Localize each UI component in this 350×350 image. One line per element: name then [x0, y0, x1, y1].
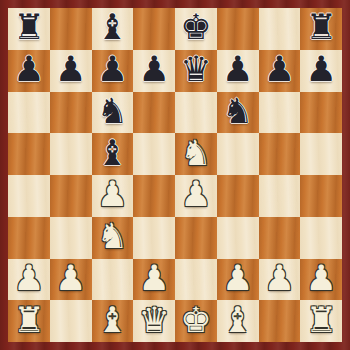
- piece-white-rook: ♜: [13, 300, 44, 340]
- piece-white-rook: ♜: [305, 300, 336, 340]
- square-e8[interactable]: ♚: [175, 8, 217, 50]
- square-h3[interactable]: [300, 217, 342, 259]
- piece-white-pawn: ♟: [97, 175, 128, 215]
- square-d3[interactable]: [133, 217, 175, 259]
- square-c5[interactable]: ♝: [92, 133, 134, 175]
- piece-white-pawn: ♟: [305, 259, 336, 299]
- square-c2[interactable]: [92, 259, 134, 301]
- square-h6[interactable]: [300, 92, 342, 134]
- piece-white-knight: ♞: [180, 133, 211, 173]
- square-h4[interactable]: [300, 175, 342, 217]
- square-b7[interactable]: ♟: [50, 50, 92, 92]
- piece-black-king: ♚: [180, 8, 211, 48]
- square-h1[interactable]: ♜: [300, 300, 342, 342]
- square-a4[interactable]: [8, 175, 50, 217]
- square-f7[interactable]: ♟: [217, 50, 259, 92]
- square-f4[interactable]: [217, 175, 259, 217]
- piece-black-pawn: ♟: [13, 50, 44, 90]
- square-a1[interactable]: ♜: [8, 300, 50, 342]
- square-g6[interactable]: [259, 92, 301, 134]
- square-b8[interactable]: [50, 8, 92, 50]
- square-e3[interactable]: [175, 217, 217, 259]
- square-a3[interactable]: [8, 217, 50, 259]
- square-c1[interactable]: ♝: [92, 300, 134, 342]
- piece-black-knight: ♞: [222, 92, 253, 132]
- square-d4[interactable]: [133, 175, 175, 217]
- piece-black-knight: ♞: [97, 92, 128, 132]
- square-a5[interactable]: [8, 133, 50, 175]
- piece-black-pawn: ♟: [264, 50, 295, 90]
- square-g4[interactable]: [259, 175, 301, 217]
- piece-black-pawn: ♟: [138, 50, 169, 90]
- square-e4[interactable]: ♟: [175, 175, 217, 217]
- piece-black-rook: ♜: [13, 8, 44, 48]
- square-f5[interactable]: [217, 133, 259, 175]
- square-e6[interactable]: [175, 92, 217, 134]
- piece-black-pawn: ♟: [97, 50, 128, 90]
- square-b2[interactable]: ♟: [50, 259, 92, 301]
- square-d7[interactable]: ♟: [133, 50, 175, 92]
- square-d1[interactable]: ♛: [133, 300, 175, 342]
- square-f3[interactable]: [217, 217, 259, 259]
- square-c7[interactable]: ♟: [92, 50, 134, 92]
- square-d2[interactable]: ♟: [133, 259, 175, 301]
- square-b1[interactable]: [50, 300, 92, 342]
- square-f6[interactable]: ♞: [217, 92, 259, 134]
- square-f1[interactable]: ♝: [217, 300, 259, 342]
- piece-white-pawn: ♟: [264, 259, 295, 299]
- piece-white-pawn: ♟: [138, 259, 169, 299]
- square-a6[interactable]: [8, 92, 50, 134]
- square-d5[interactable]: [133, 133, 175, 175]
- piece-white-pawn: ♟: [55, 259, 86, 299]
- square-g5[interactable]: [259, 133, 301, 175]
- piece-white-pawn: ♟: [13, 259, 44, 299]
- square-b4[interactable]: [50, 175, 92, 217]
- square-b6[interactable]: [50, 92, 92, 134]
- piece-white-bishop: ♝: [222, 300, 253, 340]
- square-c6[interactable]: ♞: [92, 92, 134, 134]
- square-g7[interactable]: ♟: [259, 50, 301, 92]
- piece-black-rook: ♜: [305, 8, 336, 48]
- square-e1[interactable]: ♚: [175, 300, 217, 342]
- square-e2[interactable]: [175, 259, 217, 301]
- piece-black-pawn: ♟: [55, 50, 86, 90]
- piece-white-pawn: ♟: [180, 175, 211, 215]
- piece-black-bishop: ♝: [97, 133, 128, 173]
- square-g8[interactable]: [259, 8, 301, 50]
- piece-black-queen: ♛: [180, 50, 211, 90]
- piece-white-pawn: ♟: [222, 259, 253, 299]
- square-a8[interactable]: ♜: [8, 8, 50, 50]
- square-f8[interactable]: [217, 8, 259, 50]
- square-d6[interactable]: [133, 92, 175, 134]
- square-h2[interactable]: ♟: [300, 259, 342, 301]
- square-e5[interactable]: ♞: [175, 133, 217, 175]
- piece-white-queen: ♛: [138, 300, 169, 340]
- piece-white-king: ♚: [180, 300, 211, 340]
- chess-board: ♜♝♚♜♟♟♟♟♛♟♟♟♞♞♝♞♟♟♞♟♟♟♟♟♟♜♝♛♚♝♜: [8, 8, 342, 342]
- square-f2[interactable]: ♟: [217, 259, 259, 301]
- square-c3[interactable]: ♞: [92, 217, 134, 259]
- square-e7[interactable]: ♛: [175, 50, 217, 92]
- square-d8[interactable]: [133, 8, 175, 50]
- square-c4[interactable]: ♟: [92, 175, 134, 217]
- square-b5[interactable]: [50, 133, 92, 175]
- piece-black-bishop: ♝: [97, 8, 128, 48]
- piece-white-knight: ♞: [97, 217, 128, 257]
- square-a2[interactable]: ♟: [8, 259, 50, 301]
- square-b3[interactable]: [50, 217, 92, 259]
- square-h5[interactable]: [300, 133, 342, 175]
- piece-black-pawn: ♟: [305, 50, 336, 90]
- square-g1[interactable]: [259, 300, 301, 342]
- square-a7[interactable]: ♟: [8, 50, 50, 92]
- square-g2[interactable]: ♟: [259, 259, 301, 301]
- square-h8[interactable]: ♜: [300, 8, 342, 50]
- square-c8[interactable]: ♝: [92, 8, 134, 50]
- square-h7[interactable]: ♟: [300, 50, 342, 92]
- square-g3[interactable]: [259, 217, 301, 259]
- chess-board-frame: ♜♝♚♜♟♟♟♟♛♟♟♟♞♞♝♞♟♟♞♟♟♟♟♟♟♜♝♛♚♝♜: [0, 0, 350, 350]
- piece-white-bishop: ♝: [97, 300, 128, 340]
- piece-black-pawn: ♟: [222, 50, 253, 90]
